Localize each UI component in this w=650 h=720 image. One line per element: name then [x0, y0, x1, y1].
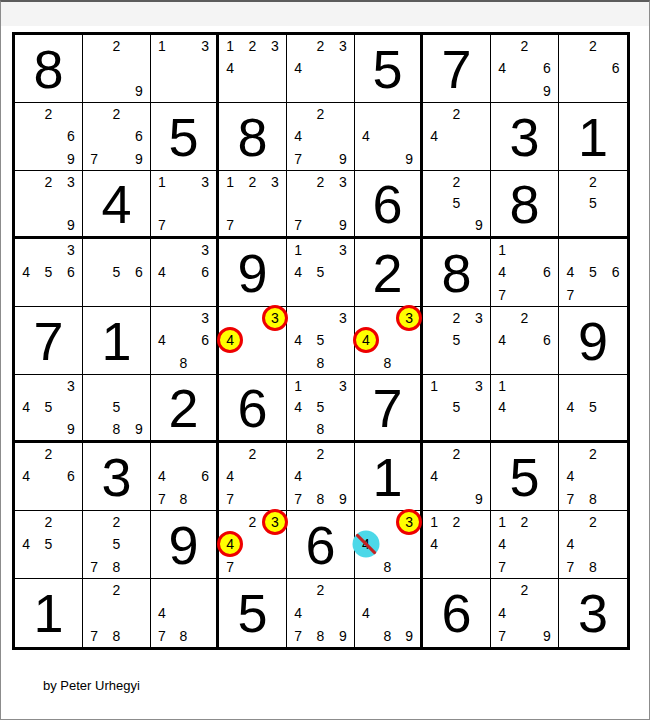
candidate-4: 4 — [423, 125, 445, 147]
candidate-6 — [60, 193, 82, 215]
candidate-8 — [37, 488, 59, 510]
candidate-2: 2 — [105, 35, 127, 57]
candidate-4: 4 — [355, 125, 377, 147]
candidate-8: 8 — [105, 624, 127, 647]
candidate-2 — [37, 239, 59, 261]
candidate-5 — [241, 465, 263, 487]
candidate-3: 3 — [332, 375, 354, 397]
candidate-1 — [151, 443, 173, 465]
solved-digit: 6 — [355, 171, 420, 236]
cell-r3c8[interactable]: 8 — [491, 171, 559, 239]
candidate-9: 9 — [398, 148, 420, 170]
candidate-3 — [264, 443, 286, 465]
candidate-2: 2 — [105, 511, 127, 533]
candidate-8 — [241, 352, 263, 374]
cell-r9c8[interactable]: 2479 — [491, 579, 559, 647]
cell-r1c9[interactable]: 26 — [559, 35, 627, 103]
cell-r6c6[interactable]: 7 — [355, 375, 423, 443]
cell-r9c5[interactable]: 24789 — [287, 579, 355, 647]
solved-digit: 1 — [15, 579, 82, 647]
cell-r6c1[interactable]: 3459 — [15, 375, 83, 443]
candidate-3 — [604, 511, 627, 533]
cell-r4c8[interactable]: 1467 — [491, 239, 559, 307]
candidate-1: 1 — [287, 375, 309, 397]
pencil-marks: 1237 — [219, 171, 286, 236]
pencil-marks: 135 — [423, 375, 490, 440]
solved-digit: 8 — [15, 35, 82, 102]
candidate-7 — [15, 556, 37, 578]
candidate-1 — [559, 443, 582, 465]
candidate-4: 4 — [219, 465, 241, 487]
candidate-2: 2 — [582, 511, 605, 533]
candidate-7 — [219, 352, 241, 374]
cell-r2c6[interactable]: 49 — [355, 103, 423, 171]
cell-r8c3[interactable]: 9 — [151, 511, 219, 579]
candidate-4: 4 — [491, 397, 513, 419]
candidate-5 — [37, 193, 59, 215]
candidate-5 — [173, 193, 195, 215]
cell-r2c9[interactable]: 1 — [559, 103, 627, 171]
candidate-5 — [173, 329, 195, 351]
candidate-7 — [219, 80, 241, 102]
cell-r5c3[interactable]: 3468 — [151, 307, 219, 375]
title-bar — [1, 2, 649, 26]
solved-digit: 9 — [151, 511, 216, 578]
candidate-9 — [264, 488, 286, 510]
cell-r1c2[interactable]: 29 — [83, 35, 151, 103]
cell-r1c6[interactable]: 5 — [355, 35, 423, 103]
candidate-7 — [559, 418, 582, 440]
candidate-4: 4 — [287, 397, 309, 419]
candidate-1 — [15, 443, 37, 465]
candidate-5 — [309, 193, 331, 215]
cell-r7c1[interactable]: 246 — [15, 443, 83, 511]
candidate-6 — [332, 57, 354, 79]
candidate-6 — [536, 602, 558, 625]
cell-r9c2[interactable]: 278 — [83, 579, 151, 647]
candidate-9: 9 — [398, 624, 420, 647]
candidate-9: 9 — [468, 214, 490, 236]
candidate-8 — [309, 148, 331, 170]
cell-r4c2[interactable]: 56 — [83, 239, 151, 307]
candidate-8: 8 — [105, 418, 127, 440]
candidate-8 — [309, 80, 331, 102]
cell-r8c9[interactable]: 2478 — [559, 511, 627, 579]
cell-r9c9[interactable]: 3 — [559, 579, 627, 647]
candidate-5 — [513, 602, 535, 625]
candidate-7: 7 — [151, 214, 173, 236]
candidate-6 — [60, 397, 82, 419]
candidate-9 — [604, 284, 627, 306]
pencil-marks: 239 — [15, 171, 82, 236]
candidate-3 — [604, 443, 627, 465]
cell-r4c5[interactable]: 1345 — [287, 239, 355, 307]
candidate-1: 1 — [287, 239, 309, 261]
candidate-4: 4 — [491, 57, 513, 79]
candidate-4 — [559, 193, 582, 215]
candidate-9 — [604, 488, 627, 510]
candidate-5 — [241, 329, 263, 351]
cell-r4c6[interactable]: 2 — [355, 239, 423, 307]
candidate-5 — [513, 329, 535, 351]
cell-r1c4[interactable]: 1234 — [219, 35, 287, 103]
cell-r7c4[interactable]: 247 — [219, 443, 287, 511]
candidate-3: 3 — [468, 307, 490, 329]
solved-digit: 8 — [219, 103, 286, 170]
cell-r5c2[interactable]: 1 — [83, 307, 151, 375]
pencil-marks: 4567 — [559, 239, 627, 306]
candidate-1 — [355, 103, 377, 125]
candidate-7: 7 — [83, 148, 105, 170]
candidate-6 — [604, 465, 627, 487]
candidate-3 — [60, 511, 82, 533]
candidate-7: 7 — [559, 556, 582, 578]
pencil-marks: 124 — [423, 511, 490, 578]
cell-r7c5[interactable]: 24789 — [287, 443, 355, 511]
pencil-marks: 2347 — [219, 511, 286, 578]
candidate-8 — [37, 284, 59, 306]
candidate-3 — [128, 35, 150, 57]
cell-r1c5[interactable]: 234 — [287, 35, 355, 103]
pencil-marks: 34 — [219, 307, 286, 374]
candidate-6 — [398, 125, 420, 147]
candidate-7 — [83, 80, 105, 102]
candidate-8 — [582, 284, 605, 306]
candidate-9: 9 — [332, 148, 354, 170]
candidate-2 — [445, 375, 467, 397]
candidate-1: 1 — [491, 239, 513, 261]
cell-r3c5[interactable]: 2379 — [287, 171, 355, 239]
cell-r2c8[interactable]: 3 — [491, 103, 559, 171]
candidate-3: 3 — [264, 307, 286, 329]
cell-r4c4[interactable]: 9 — [219, 239, 287, 307]
candidate-2 — [173, 579, 195, 602]
candidate-6: 6 — [60, 125, 82, 147]
pencil-marks: 24 — [423, 103, 490, 170]
candidate-5: 5 — [582, 397, 605, 419]
candidate-7 — [491, 352, 513, 374]
candidate-7 — [83, 284, 105, 306]
candidate-6: 6 — [194, 261, 216, 283]
solved-digit: 7 — [423, 35, 490, 102]
candidate-7 — [15, 418, 37, 440]
candidate-6 — [264, 329, 286, 351]
pencil-marks: 346 — [151, 239, 216, 306]
candidate-9 — [536, 284, 558, 306]
candidate-3 — [128, 239, 150, 261]
candidate-9 — [604, 214, 627, 236]
candidate-1 — [491, 579, 513, 602]
candidate-7: 7 — [559, 284, 582, 306]
cell-r2c7[interactable]: 24 — [423, 103, 491, 171]
candidate-9 — [128, 624, 150, 647]
candidate-7: 7 — [491, 556, 513, 578]
cell-r9c1[interactable]: 1 — [15, 579, 83, 647]
candidate-1 — [559, 375, 582, 397]
cell-r7c8[interactable]: 5 — [491, 443, 559, 511]
candidate-3: 3 — [468, 375, 490, 397]
candidate-4: 4 — [287, 57, 309, 79]
candidate-4: 4 — [491, 533, 513, 555]
candidate-9 — [264, 214, 286, 236]
candidate-6 — [398, 602, 420, 625]
candidate-9 — [128, 556, 150, 578]
cell-r4c7[interactable]: 8 — [423, 239, 491, 307]
candidate-9 — [60, 284, 82, 306]
cell-r7c2[interactable]: 3 — [83, 443, 151, 511]
candidate-3 — [536, 579, 558, 602]
solved-digit: 4 — [83, 171, 150, 236]
cell-r6c7[interactable]: 135 — [423, 375, 491, 443]
candidate-3: 3 — [60, 171, 82, 193]
pencil-marks: 246 — [15, 443, 82, 510]
cell-r7c9[interactable]: 2478 — [559, 443, 627, 511]
candidate-3: 3 — [60, 239, 82, 261]
cell-r5c6[interactable]: 348 — [355, 307, 423, 375]
cell-r6c5[interactable]: 13458 — [287, 375, 355, 443]
solved-digit: 7 — [355, 375, 420, 440]
candidate-4: 4 — [287, 329, 309, 351]
candidate-4 — [219, 193, 241, 215]
candidate-8 — [37, 214, 59, 236]
cell-r5c8[interactable]: 246 — [491, 307, 559, 375]
cell-r3c1[interactable]: 239 — [15, 171, 83, 239]
candidate-2 — [173, 239, 195, 261]
candidate-3 — [468, 443, 490, 465]
candidate-9 — [536, 352, 558, 374]
cell-r1c7[interactable]: 7 — [423, 35, 491, 103]
candidate-1 — [15, 103, 37, 125]
candidate-2: 2 — [309, 579, 331, 602]
cell-r9c6[interactable]: 489 — [355, 579, 423, 647]
candidate-5 — [445, 465, 467, 487]
candidate-4: 4 — [423, 465, 445, 487]
cell-r6c3[interactable]: 2 — [151, 375, 219, 443]
candidate-5 — [105, 125, 127, 147]
cell-r9c3[interactable]: 478 — [151, 579, 219, 647]
candidate-2 — [173, 443, 195, 465]
candidate-4: 4 — [287, 261, 309, 283]
candidate-4 — [83, 57, 105, 79]
pencil-marks: 2479 — [287, 103, 354, 170]
cell-r2c5[interactable]: 2479 — [287, 103, 355, 171]
cell-r3c6[interactable]: 6 — [355, 171, 423, 239]
candidate-2: 2 — [513, 35, 535, 57]
candidate-6 — [332, 329, 354, 351]
cell-r2c3[interactable]: 5 — [151, 103, 219, 171]
candidate-3 — [128, 579, 150, 602]
pencil-marks: 24789 — [287, 443, 354, 510]
solved-digit: 6 — [287, 511, 354, 578]
candidate-7: 7 — [219, 488, 241, 510]
candidate-7 — [423, 148, 445, 170]
cell-r5c5[interactable]: 3458 — [287, 307, 355, 375]
candidate-3: 3 — [264, 35, 286, 57]
cell-r6c9[interactable]: 45 — [559, 375, 627, 443]
cell-r8c4[interactable]: 2347 — [219, 511, 287, 579]
candidate-9 — [194, 80, 216, 102]
candidate-3 — [468, 511, 490, 533]
candidate-6 — [264, 193, 286, 215]
candidate-8: 8 — [173, 352, 195, 374]
candidate-1 — [559, 35, 582, 57]
candidate-8 — [173, 214, 195, 236]
cell-r9c4[interactable]: 5 — [219, 579, 287, 647]
cell-r3c4[interactable]: 1237 — [219, 171, 287, 239]
candidate-8 — [445, 148, 467, 170]
candidate-8: 8 — [582, 488, 605, 510]
candidate-4: 4 — [559, 465, 582, 487]
pencil-marks: 278 — [83, 579, 150, 647]
candidate-3 — [604, 239, 627, 261]
cell-r3c2[interactable]: 4 — [83, 171, 151, 239]
solved-digit: 1 — [83, 307, 150, 374]
candidate-7 — [83, 418, 105, 440]
candidate-8: 8 — [173, 488, 195, 510]
cell-r3c3[interactable]: 137 — [151, 171, 219, 239]
cell-r9c7[interactable]: 6 — [423, 579, 491, 647]
candidate-1: 1 — [219, 171, 241, 193]
cell-r3c9[interactable]: 25 — [559, 171, 627, 239]
candidate-3 — [604, 375, 627, 397]
candidate-4: 4 — [287, 602, 309, 625]
candidate-4: 4 — [559, 533, 582, 555]
cell-r7c3[interactable]: 4678 — [151, 443, 219, 511]
candidate-4 — [423, 193, 445, 215]
cell-r5c9[interactable]: 9 — [559, 307, 627, 375]
candidate-3 — [468, 171, 490, 193]
candidate-3: 3 — [332, 239, 354, 261]
cell-r2c2[interactable]: 2679 — [83, 103, 151, 171]
candidate-8 — [445, 556, 467, 578]
candidate-6: 6 — [604, 261, 627, 283]
candidate-9 — [536, 418, 558, 440]
cell-r2c4[interactable]: 8 — [219, 103, 287, 171]
candidate-2 — [37, 375, 59, 397]
candidate-7 — [15, 488, 37, 510]
candidate-3 — [536, 35, 558, 57]
cell-r6c2[interactable]: 589 — [83, 375, 151, 443]
candidate-2 — [105, 375, 127, 397]
candidate-8 — [173, 80, 195, 102]
candidate-5: 5 — [105, 261, 127, 283]
cell-r4c3[interactable]: 346 — [151, 239, 219, 307]
cell-r7c6[interactable]: 1 — [355, 443, 423, 511]
cell-r8c8[interactable]: 1247 — [491, 511, 559, 579]
candidate-1 — [355, 307, 377, 329]
candidate-6 — [536, 533, 558, 555]
candidate-9 — [194, 488, 216, 510]
pencil-marks: 589 — [83, 375, 150, 440]
candidate-6: 6 — [194, 465, 216, 487]
candidate-5 — [173, 602, 195, 625]
cell-r5c4[interactable]: 34 — [219, 307, 287, 375]
candidate-4: 4 — [15, 261, 37, 283]
cell-r1c3[interactable]: 13 — [151, 35, 219, 103]
candidate-4 — [423, 397, 445, 419]
candidate-7 — [423, 418, 445, 440]
candidate-3 — [604, 171, 627, 193]
candidate-5 — [309, 57, 331, 79]
cell-r2c1[interactable]: 269 — [15, 103, 83, 171]
candidate-8 — [241, 556, 263, 578]
candidate-5 — [241, 533, 263, 555]
candidate-2: 2 — [241, 35, 263, 57]
candidate-9 — [60, 488, 82, 510]
candidate-6 — [128, 533, 150, 555]
candidate-5: 5 — [582, 193, 605, 215]
candidate-1 — [83, 511, 105, 533]
solved-digit: 1 — [559, 103, 627, 170]
candidate-2: 2 — [582, 443, 605, 465]
candidate-9 — [604, 80, 627, 102]
candidate-2: 2 — [37, 171, 59, 193]
candidate-2: 2 — [37, 103, 59, 125]
candidate-7 — [423, 556, 445, 578]
solved-digit: 2 — [151, 375, 216, 440]
candidate-7 — [15, 148, 37, 170]
cell-r6c8[interactable]: 14 — [491, 375, 559, 443]
cell-r8c7[interactable]: 124 — [423, 511, 491, 579]
candidate-6 — [468, 329, 490, 351]
candidate-7 — [15, 214, 37, 236]
candidate-8 — [241, 488, 263, 510]
candidate-4 — [423, 329, 445, 351]
candidate-8 — [445, 488, 467, 510]
candidate-5 — [105, 602, 127, 625]
cell-r4c1[interactable]: 3456 — [15, 239, 83, 307]
candidate-1 — [219, 511, 241, 533]
candidate-7 — [559, 80, 582, 102]
cell-r3c7[interactable]: 259 — [423, 171, 491, 239]
candidate-7: 7 — [151, 624, 173, 647]
candidate-2 — [309, 239, 331, 261]
cell-r8c5[interactable]: 6 — [287, 511, 355, 579]
candidate-4: 4 — [287, 465, 309, 487]
candidate-5 — [582, 533, 605, 555]
candidate-1 — [151, 307, 173, 329]
cell-r5c7[interactable]: 235 — [423, 307, 491, 375]
candidate-9 — [194, 352, 216, 374]
candidate-4 — [287, 193, 309, 215]
cell-r1c1[interactable]: 8 — [15, 35, 83, 103]
candidate-2 — [173, 307, 195, 329]
candidate-1: 1 — [219, 35, 241, 57]
candidate-6 — [604, 193, 627, 215]
candidate-9 — [264, 80, 286, 102]
cell-r4c9[interactable]: 4567 — [559, 239, 627, 307]
candidate-6 — [398, 533, 420, 555]
cell-r6c4[interactable]: 6 — [219, 375, 287, 443]
cell-r7c7[interactable]: 249 — [423, 443, 491, 511]
candidate-8 — [105, 80, 127, 102]
candidate-7 — [15, 284, 37, 306]
cell-r8c1[interactable]: 245 — [15, 511, 83, 579]
pencil-marks: 3459 — [15, 375, 82, 440]
candidate-2 — [582, 375, 605, 397]
pencil-marks: 24789 — [287, 579, 354, 647]
candidate-2 — [173, 171, 195, 193]
cell-r8c6[interactable]: 348 — [355, 511, 423, 579]
candidate-5: 5 — [309, 329, 331, 351]
candidate-1 — [287, 103, 309, 125]
cell-r5c1[interactable]: 7 — [15, 307, 83, 375]
cell-r8c2[interactable]: 2578 — [83, 511, 151, 579]
pencil-marks: 49 — [355, 103, 420, 170]
cell-r1c8[interactable]: 2469 — [491, 35, 559, 103]
pencil-marks: 3468 — [151, 307, 216, 374]
candidate-2 — [582, 239, 605, 261]
